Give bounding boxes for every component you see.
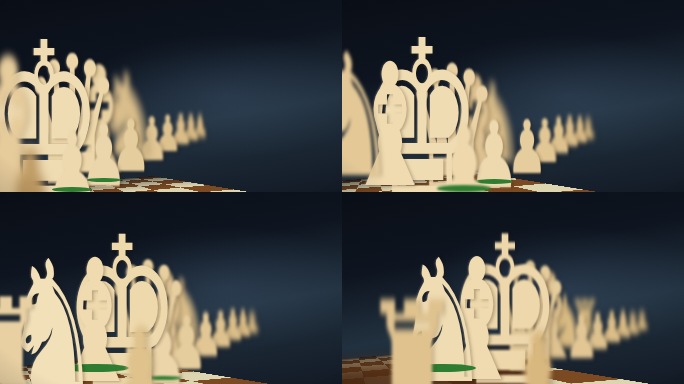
video-frame-2[interactable]: ♟♟♟♟♞♟♝♟♛♟♚♟♝♞ xyxy=(342,0,684,192)
video-frame-4[interactable]: ♜♞♟♟♟♝♟♛♟♟♚♝♞♟♜ xyxy=(342,192,684,384)
chess-piece-knight: ♞ xyxy=(342,31,397,192)
chess-piece-pawn: ♟ xyxy=(499,315,577,384)
video-frame-1[interactable]: ♟♟♟♟♟♞♝♟♛♟♚♟♝♟ xyxy=(0,0,342,192)
board-square-light xyxy=(571,379,684,384)
board-square-light xyxy=(342,358,359,362)
chess-piece-pawn: ♟ xyxy=(0,130,72,192)
chess-piece-rook: ♜ xyxy=(0,279,48,384)
chess-piece-pawn: ♟ xyxy=(426,109,501,192)
video-frame-3[interactable]: ♟♟♟♟♞♟♝♟♛♟♚♝♟♞♜ xyxy=(0,192,342,384)
board-square-dark xyxy=(180,185,234,192)
video-preview-montage: ♟♟♟♟♟♞♝♟♛♟♚♟♝♟ ♟♟♟♟♞♟♝♟♛♟♚♟♝♞ ♟♟♟♟♞♟♝♟♛♟… xyxy=(0,0,684,384)
chess-piece-rook: ♜ xyxy=(362,279,462,384)
chess-piece-pawn: ♟ xyxy=(104,311,176,384)
felt-base xyxy=(437,185,491,192)
board-square-light xyxy=(165,182,208,188)
